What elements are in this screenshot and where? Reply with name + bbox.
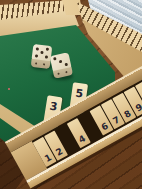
photo-canvas: 3 5 1 2 4 6 7 8 9 10 xyxy=(0,0,142,189)
pip xyxy=(35,54,38,57)
pip xyxy=(45,55,48,58)
tile-down-4[interactable]: 4 xyxy=(67,118,91,148)
pip xyxy=(40,51,43,54)
pip xyxy=(53,57,57,61)
die-left-value-5[interactable] xyxy=(31,44,53,69)
pip xyxy=(46,47,49,50)
pip xyxy=(43,63,45,65)
felt-speck xyxy=(8,88,10,90)
pip xyxy=(35,62,37,64)
pip xyxy=(59,60,63,64)
tile-number: 4 xyxy=(75,132,90,146)
pip xyxy=(36,47,39,50)
